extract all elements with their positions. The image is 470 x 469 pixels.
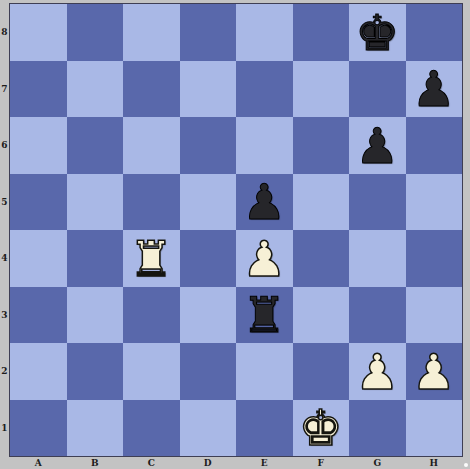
white-pawn-icon[interactable]: ♟ bbox=[242, 235, 286, 284]
white-pawn-icon[interactable]: ♟ bbox=[412, 348, 456, 397]
square-b1[interactable] bbox=[67, 400, 124, 457]
rank-label-7: 7 bbox=[0, 61, 9, 118]
square-b8[interactable] bbox=[67, 4, 124, 61]
square-g6[interactable]: ♟ bbox=[349, 117, 406, 174]
square-c6[interactable] bbox=[123, 117, 180, 174]
square-c2[interactable] bbox=[123, 343, 180, 400]
black-rook-icon[interactable]: ♜ bbox=[242, 291, 286, 340]
square-g5[interactable] bbox=[349, 174, 406, 231]
white-king-icon[interactable]: ♚ bbox=[299, 404, 343, 453]
square-d1[interactable] bbox=[180, 400, 237, 457]
square-e3[interactable]: ♜ bbox=[236, 287, 293, 344]
square-a5[interactable] bbox=[10, 174, 67, 231]
square-d4[interactable] bbox=[180, 230, 237, 287]
square-a6[interactable] bbox=[10, 117, 67, 174]
rank-label-5: 5 bbox=[0, 174, 9, 231]
file-label-f: F bbox=[293, 456, 350, 469]
file-label-d: D bbox=[180, 456, 237, 469]
square-h3[interactable] bbox=[406, 287, 463, 344]
square-c8[interactable] bbox=[123, 4, 180, 61]
square-f3[interactable] bbox=[293, 287, 350, 344]
square-g7[interactable] bbox=[349, 61, 406, 118]
square-e5[interactable]: ♟ bbox=[236, 174, 293, 231]
square-d3[interactable] bbox=[180, 287, 237, 344]
square-e6[interactable] bbox=[236, 117, 293, 174]
file-labels: ABCDEFGH bbox=[10, 456, 462, 469]
black-pawn-icon[interactable]: ♟ bbox=[412, 65, 456, 114]
square-a3[interactable] bbox=[10, 287, 67, 344]
square-e4[interactable]: ♟ bbox=[236, 230, 293, 287]
chess-app-window: 87654321 ♚♟♟♟♜♟♜♟♟♚ ABCDEFGH bbox=[0, 0, 470, 469]
square-d8[interactable] bbox=[180, 4, 237, 61]
rank-label-3: 3 bbox=[0, 287, 9, 344]
square-f6[interactable] bbox=[293, 117, 350, 174]
square-e2[interactable] bbox=[236, 343, 293, 400]
square-g3[interactable] bbox=[349, 287, 406, 344]
square-e7[interactable] bbox=[236, 61, 293, 118]
square-d6[interactable] bbox=[180, 117, 237, 174]
file-label-e: E bbox=[236, 456, 293, 469]
white-rook-icon[interactable]: ♜ bbox=[129, 235, 173, 284]
rank-label-6: 6 bbox=[0, 117, 9, 174]
square-h5[interactable] bbox=[406, 174, 463, 231]
square-f2[interactable] bbox=[293, 343, 350, 400]
square-g8[interactable]: ♚ bbox=[349, 4, 406, 61]
square-g2[interactable]: ♟ bbox=[349, 343, 406, 400]
square-f8[interactable] bbox=[293, 4, 350, 61]
black-king-icon[interactable]: ♚ bbox=[355, 9, 399, 58]
square-h1[interactable] bbox=[406, 400, 463, 457]
square-c3[interactable] bbox=[123, 287, 180, 344]
file-label-c: C bbox=[123, 456, 180, 469]
square-a7[interactable] bbox=[10, 61, 67, 118]
square-b6[interactable] bbox=[67, 117, 124, 174]
square-b5[interactable] bbox=[67, 174, 124, 231]
rank-label-4: 4 bbox=[0, 230, 9, 287]
square-c4[interactable]: ♜ bbox=[123, 230, 180, 287]
square-a1[interactable] bbox=[10, 400, 67, 457]
square-f7[interactable] bbox=[293, 61, 350, 118]
square-d2[interactable] bbox=[180, 343, 237, 400]
square-h7[interactable]: ♟ bbox=[406, 61, 463, 118]
rank-labels: 87654321 bbox=[0, 4, 9, 456]
square-g4[interactable] bbox=[349, 230, 406, 287]
square-h4[interactable] bbox=[406, 230, 463, 287]
square-f1[interactable]: ♚ bbox=[293, 400, 350, 457]
square-f4[interactable] bbox=[293, 230, 350, 287]
rank-label-2: 2 bbox=[0, 343, 9, 400]
rank-label-1: 1 bbox=[0, 400, 9, 457]
file-label-h: H bbox=[406, 456, 463, 469]
resize-grip-dot bbox=[464, 463, 468, 467]
square-d5[interactable] bbox=[180, 174, 237, 231]
black-pawn-icon[interactable]: ♟ bbox=[242, 178, 286, 227]
rank-label-8: 8 bbox=[0, 4, 9, 61]
square-b4[interactable] bbox=[67, 230, 124, 287]
chess-board: ♚♟♟♟♜♟♜♟♟♚ bbox=[9, 3, 463, 457]
square-c5[interactable] bbox=[123, 174, 180, 231]
file-label-b: B bbox=[67, 456, 124, 469]
file-label-a: A bbox=[10, 456, 67, 469]
square-e8[interactable] bbox=[236, 4, 293, 61]
square-e1[interactable] bbox=[236, 400, 293, 457]
square-c1[interactable] bbox=[123, 400, 180, 457]
square-c7[interactable] bbox=[123, 61, 180, 118]
square-a4[interactable] bbox=[10, 230, 67, 287]
square-a2[interactable] bbox=[10, 343, 67, 400]
black-pawn-icon[interactable]: ♟ bbox=[355, 122, 399, 171]
square-h2[interactable]: ♟ bbox=[406, 343, 463, 400]
square-h6[interactable] bbox=[406, 117, 463, 174]
square-b7[interactable] bbox=[67, 61, 124, 118]
square-f5[interactable] bbox=[293, 174, 350, 231]
white-pawn-icon[interactable]: ♟ bbox=[355, 348, 399, 397]
square-a8[interactable] bbox=[10, 4, 67, 61]
square-h8[interactable] bbox=[406, 4, 463, 61]
square-g1[interactable] bbox=[349, 400, 406, 457]
square-b3[interactable] bbox=[67, 287, 124, 344]
file-label-g: G bbox=[349, 456, 406, 469]
square-d7[interactable] bbox=[180, 61, 237, 118]
square-b2[interactable] bbox=[67, 343, 124, 400]
